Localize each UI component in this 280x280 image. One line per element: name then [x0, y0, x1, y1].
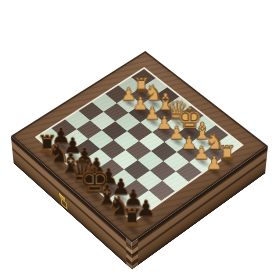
board-top: ♜♞♝♛♚♝♞♜♟♟♟♟♟♟♟♟♟♟♟♟♟♟♟♟♜♞♝♛♚♝♞♜	[11, 51, 268, 243]
piece-glyph: ♜	[114, 206, 150, 230]
chess-set-photo: ♜♞♝♛♚♝♞♜♟♟♟♟♟♟♟♟♟♟♟♟♟♟♟♟♜♞♝♛♚♝♞♜	[0, 0, 280, 280]
piece-glyph: ♟	[197, 154, 232, 172]
pieces-layer: ♜♞♝♛♚♝♞♜♟♟♟♟♟♟♟♟♟♟♟♟♟♟♟♟♜♞♝♛♚♝♞♜	[35, 85, 241, 240]
chess-box: ♜♞♝♛♚♝♞♜♟♟♟♟♟♟♟♟♟♟♟♟♟♟♟♟♜♞♝♛♚♝♞♜	[11, 51, 268, 243]
brass-latch-icon	[58, 191, 65, 203]
